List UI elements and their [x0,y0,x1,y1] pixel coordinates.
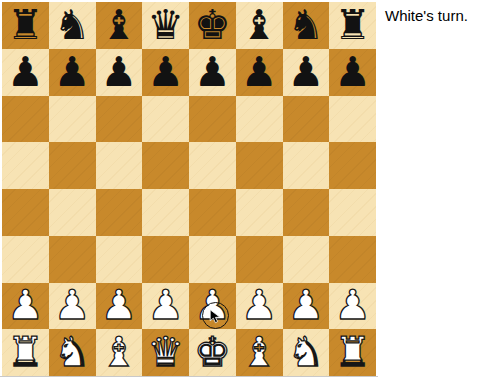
square-g2[interactable]: ♟ [283,283,330,330]
piece-black-knight[interactable]: ♞ [287,5,324,46]
piece-black-rook[interactable]: ♜ [7,5,44,46]
piece-white-pawn[interactable]: ♟ [194,285,231,326]
square-f7[interactable]: ♟ [236,49,283,96]
square-c7[interactable]: ♟ [96,49,143,96]
piece-black-pawn[interactable]: ♟ [194,52,231,93]
square-b2[interactable]: ♟ [49,283,96,330]
piece-white-pawn[interactable]: ♟ [334,285,371,326]
square-b8[interactable]: ♞ [49,2,96,49]
square-a1[interactable]: ♜ [2,329,49,376]
piece-black-rook[interactable]: ♜ [334,5,371,46]
square-c1[interactable]: ♝ [96,329,143,376]
square-c4[interactable] [96,189,143,236]
piece-white-pawn[interactable]: ♟ [100,285,137,326]
square-g7[interactable]: ♟ [283,49,330,96]
piece-black-bishop[interactable]: ♝ [241,5,278,46]
square-d3[interactable] [142,236,189,283]
square-g4[interactable] [283,189,330,236]
square-a3[interactable] [2,236,49,283]
square-d2[interactable]: ♟ [142,283,189,330]
square-d4[interactable] [142,189,189,236]
square-f8[interactable]: ♝ [236,2,283,49]
square-e8[interactable]: ♚ [189,2,236,49]
square-f3[interactable] [236,236,283,283]
square-a2[interactable]: ♟ [2,283,49,330]
square-c8[interactable]: ♝ [96,2,143,49]
piece-black-pawn[interactable]: ♟ [287,52,324,93]
square-h6[interactable] [329,96,376,143]
piece-black-pawn[interactable]: ♟ [147,52,184,93]
square-e4[interactable] [189,189,236,236]
chess-board[interactable]: ♜♞♝♛♚♝♞♜♟♟♟♟♟♟♟♟♟♟♟♟♟♟♟♟♜♞♝♛♚♝♞♜ [2,2,376,376]
piece-white-pawn[interactable]: ♟ [7,285,44,326]
square-d6[interactable] [142,96,189,143]
piece-black-pawn[interactable]: ♟ [100,52,137,93]
square-f1[interactable]: ♝ [236,329,283,376]
square-e6[interactable] [189,96,236,143]
square-b3[interactable] [49,236,96,283]
piece-white-pawn[interactable]: ♟ [287,285,324,326]
square-f6[interactable] [236,96,283,143]
square-d7[interactable]: ♟ [142,49,189,96]
square-a6[interactable] [2,96,49,143]
piece-white-bishop[interactable]: ♝ [100,332,137,373]
square-h2[interactable]: ♟ [329,283,376,330]
piece-white-knight[interactable]: ♞ [287,332,324,373]
square-e3[interactable] [189,236,236,283]
square-d5[interactable] [142,142,189,189]
square-d1[interactable]: ♛ [142,329,189,376]
piece-black-bishop[interactable]: ♝ [100,5,137,46]
square-e1[interactable]: ♚ [189,329,236,376]
square-g5[interactable] [283,142,330,189]
square-f5[interactable] [236,142,283,189]
square-a5[interactable] [2,142,49,189]
piece-white-rook[interactable]: ♜ [7,332,44,373]
app-window: ♜♞♝♛♚♝♞♜♟♟♟♟♟♟♟♟♟♟♟♟♟♟♟♟♜♞♝♛♚♝♞♜ White's… [0,0,480,378]
piece-black-pawn[interactable]: ♟ [54,52,91,93]
square-e5[interactable] [189,142,236,189]
square-b1[interactable]: ♞ [49,329,96,376]
square-e7[interactable]: ♟ [189,49,236,96]
piece-black-pawn[interactable]: ♟ [334,52,371,93]
piece-white-knight[interactable]: ♞ [54,332,91,373]
square-h1[interactable]: ♜ [329,329,376,376]
square-b5[interactable] [49,142,96,189]
square-h5[interactable] [329,142,376,189]
turn-status-text: White's turn. [385,7,468,24]
piece-black-knight[interactable]: ♞ [54,5,91,46]
piece-white-king[interactable]: ♚ [194,332,231,373]
square-h7[interactable]: ♟ [329,49,376,96]
piece-white-rook[interactable]: ♜ [334,332,371,373]
square-c3[interactable] [96,236,143,283]
square-h4[interactable] [329,189,376,236]
piece-white-queen[interactable]: ♛ [147,332,184,373]
piece-white-pawn[interactable]: ♟ [147,285,184,326]
square-a4[interactable] [2,189,49,236]
square-h8[interactable]: ♜ [329,2,376,49]
square-f4[interactable] [236,189,283,236]
piece-black-pawn[interactable]: ♟ [241,52,278,93]
square-a8[interactable]: ♜ [2,2,49,49]
square-c2[interactable]: ♟ [96,283,143,330]
square-g1[interactable]: ♞ [283,329,330,376]
square-a7[interactable]: ♟ [2,49,49,96]
piece-white-bishop[interactable]: ♝ [241,332,278,373]
piece-black-pawn[interactable]: ♟ [7,52,44,93]
piece-white-pawn[interactable]: ♟ [54,285,91,326]
board-bottom-border [0,376,378,377]
square-c5[interactable] [96,142,143,189]
piece-black-queen[interactable]: ♛ [147,5,184,46]
piece-black-king[interactable]: ♚ [194,5,231,46]
square-b4[interactable] [49,189,96,236]
square-f2[interactable]: ♟ [236,283,283,330]
piece-white-pawn[interactable]: ♟ [241,285,278,326]
square-g6[interactable] [283,96,330,143]
square-b7[interactable]: ♟ [49,49,96,96]
square-g8[interactable]: ♞ [283,2,330,49]
square-d8[interactable]: ♛ [142,2,189,49]
square-b6[interactable] [49,96,96,143]
square-h3[interactable] [329,236,376,283]
square-e2[interactable]: ♟ [189,283,236,330]
square-c6[interactable] [96,96,143,143]
square-g3[interactable] [283,236,330,283]
